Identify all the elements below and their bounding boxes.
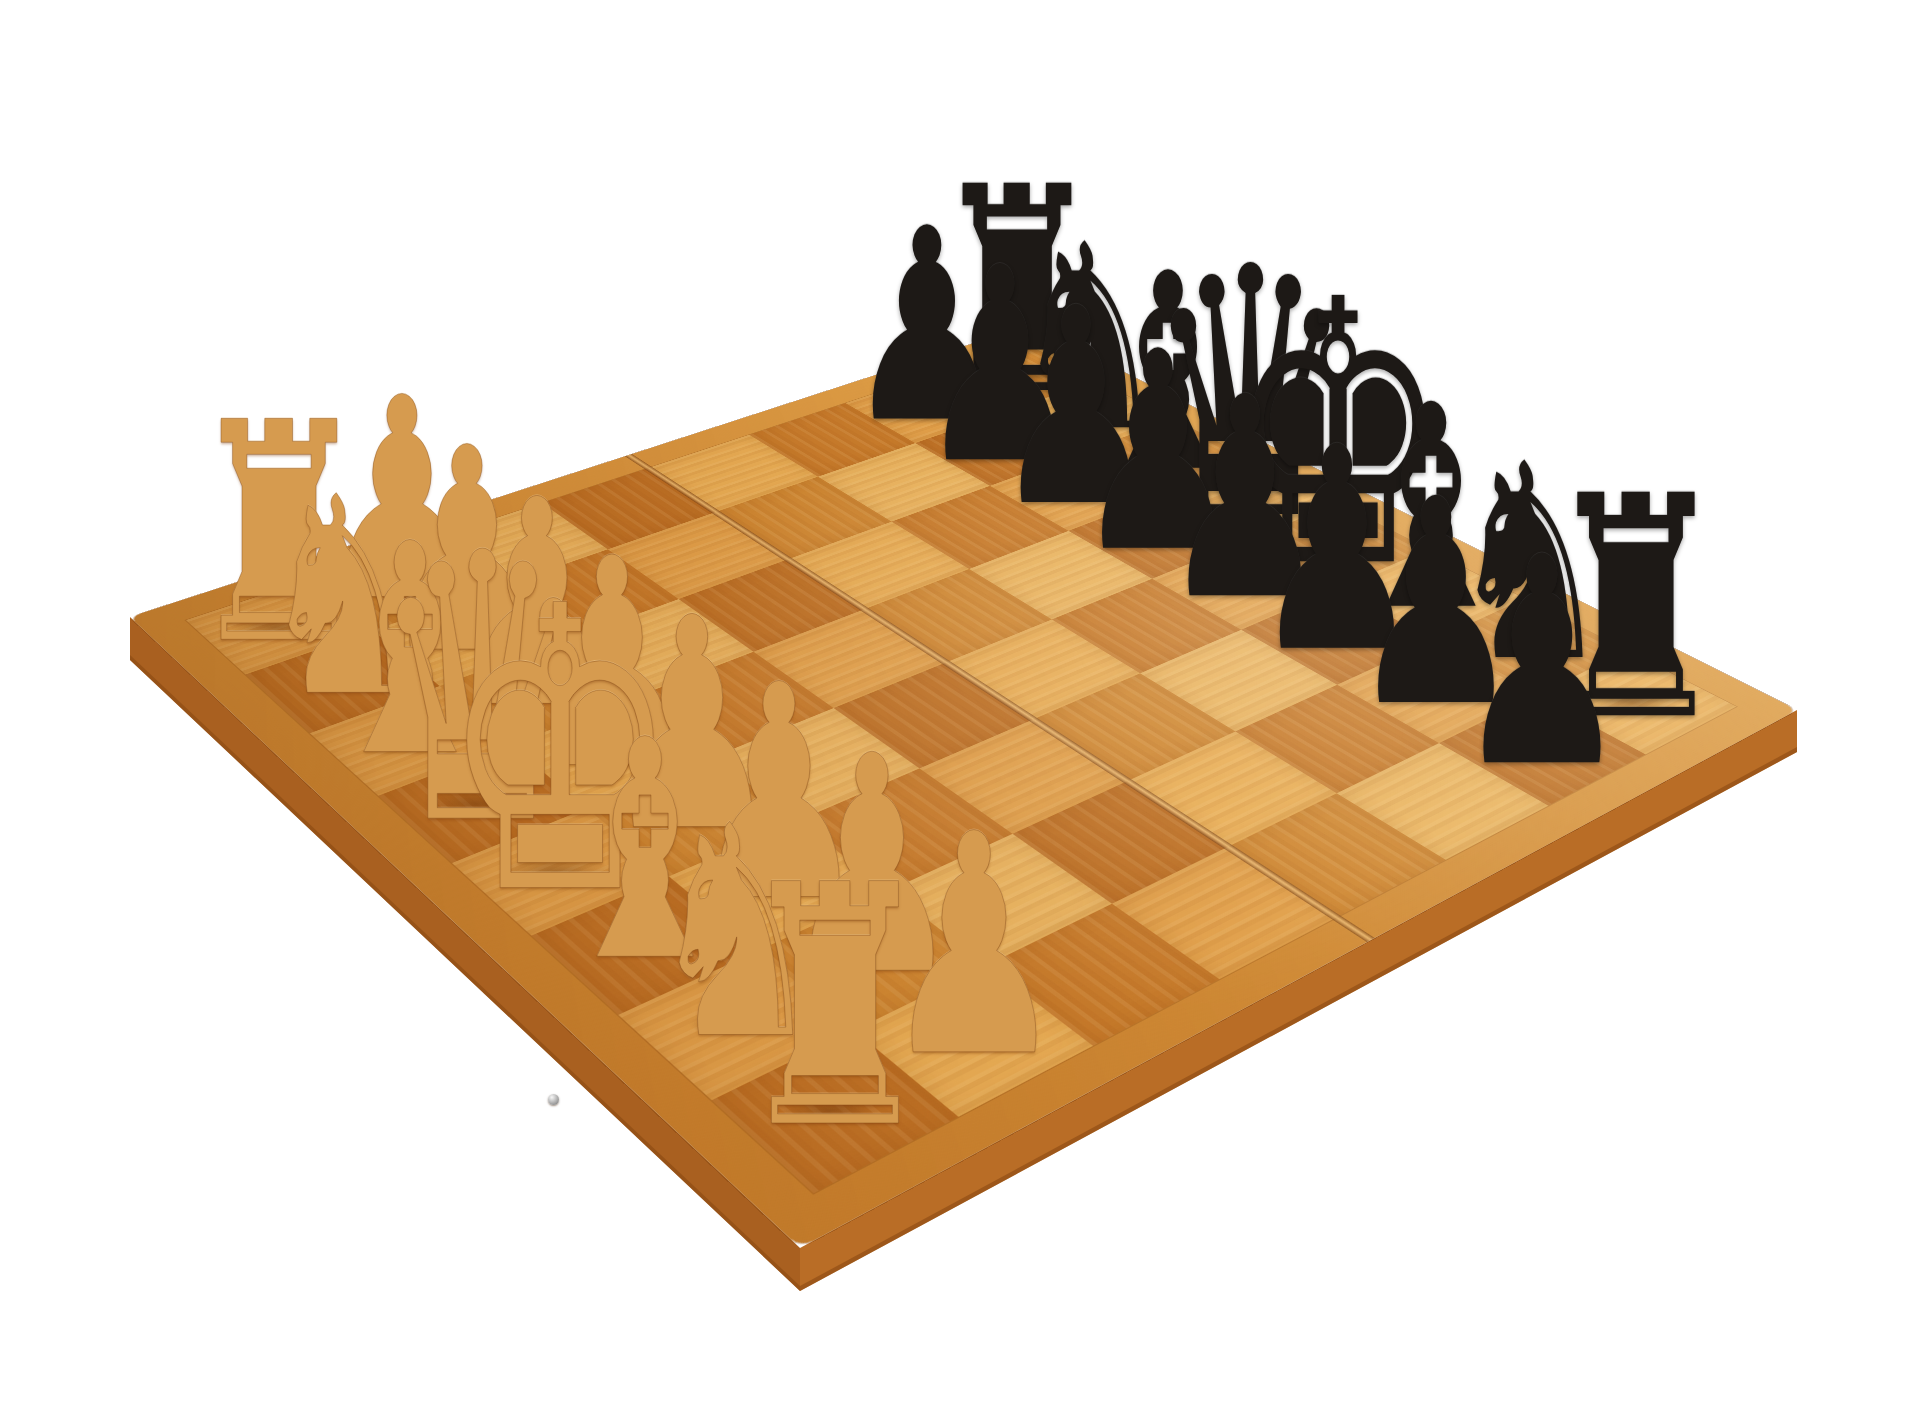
piece-black-pawn[interactable]: ♟ (1454, 519, 1629, 806)
hinge-pin (548, 1094, 559, 1105)
piece-white-rook[interactable]: ♜ (734, 843, 936, 1175)
photo-stage: Vintage wooden folding chess set photogr… (0, 0, 1920, 1406)
